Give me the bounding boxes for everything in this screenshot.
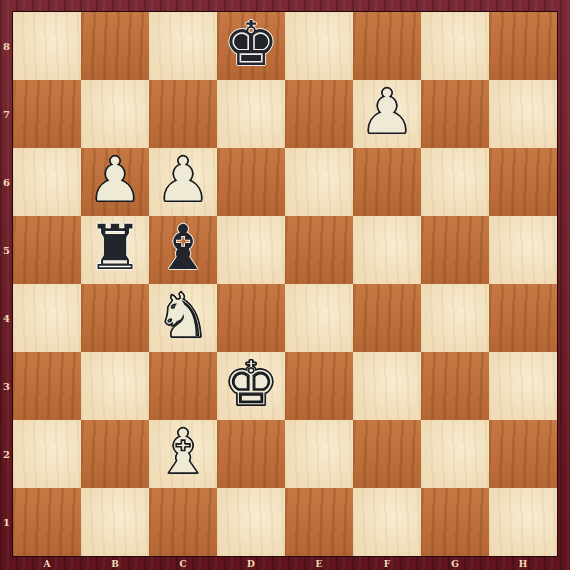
- square-b5[interactable]: ♜: [81, 216, 149, 284]
- square-f6[interactable]: [353, 148, 421, 216]
- square-a6[interactable]: [13, 148, 81, 216]
- piece-black-rook[interactable]: ♜: [87, 217, 143, 279]
- square-b6[interactable]: ♟: [81, 148, 149, 216]
- file-label-f: F: [353, 557, 421, 570]
- file-label-e: E: [285, 557, 353, 570]
- square-g1[interactable]: [421, 488, 489, 556]
- square-h5[interactable]: [489, 216, 557, 284]
- square-f7[interactable]: ♟: [353, 80, 421, 148]
- square-h3[interactable]: [489, 352, 557, 420]
- piece-white-bishop[interactable]: ♝: [155, 421, 211, 483]
- square-g2[interactable]: [421, 420, 489, 488]
- square-d7[interactable]: [217, 80, 285, 148]
- square-d8[interactable]: ♚: [217, 12, 285, 80]
- square-b1[interactable]: [81, 488, 149, 556]
- file-label-a: A: [13, 557, 81, 570]
- piece-white-pawn[interactable]: ♟: [87, 149, 143, 211]
- square-e6[interactable]: [285, 148, 353, 216]
- square-f2[interactable]: [353, 420, 421, 488]
- rank-label-8: 8: [0, 12, 13, 80]
- square-h7[interactable]: [489, 80, 557, 148]
- square-c7[interactable]: [149, 80, 217, 148]
- piece-white-king[interactable]: ♚: [223, 353, 279, 415]
- rank-label-6: 6: [0, 148, 13, 216]
- piece-black-bishop[interactable]: ♝: [155, 217, 211, 279]
- square-e8[interactable]: [285, 12, 353, 80]
- rank-label-4: 4: [0, 284, 13, 352]
- square-g7[interactable]: [421, 80, 489, 148]
- square-e2[interactable]: [285, 420, 353, 488]
- square-b2[interactable]: [81, 420, 149, 488]
- chess-board: ♚♟♟♟♜♝♞♚♝: [13, 12, 557, 556]
- square-a1[interactable]: [13, 488, 81, 556]
- square-h1[interactable]: [489, 488, 557, 556]
- square-g3[interactable]: [421, 352, 489, 420]
- rank-labels: 87654321: [0, 12, 13, 556]
- square-d6[interactable]: [217, 148, 285, 216]
- square-d5[interactable]: [217, 216, 285, 284]
- square-g6[interactable]: [421, 148, 489, 216]
- square-a8[interactable]: [13, 12, 81, 80]
- file-label-h: H: [489, 557, 557, 570]
- square-a7[interactable]: [13, 80, 81, 148]
- square-e1[interactable]: [285, 488, 353, 556]
- square-e4[interactable]: [285, 284, 353, 352]
- piece-black-king[interactable]: ♚: [223, 13, 279, 75]
- piece-white-knight[interactable]: ♞: [155, 285, 211, 347]
- file-label-d: D: [217, 557, 285, 570]
- square-f1[interactable]: [353, 488, 421, 556]
- rank-label-2: 2: [0, 420, 13, 488]
- file-label-b: B: [81, 557, 149, 570]
- square-h2[interactable]: [489, 420, 557, 488]
- square-h8[interactable]: [489, 12, 557, 80]
- rank-label-1: 1: [0, 488, 13, 556]
- file-label-c: C: [149, 557, 217, 570]
- square-b8[interactable]: [81, 12, 149, 80]
- square-g4[interactable]: [421, 284, 489, 352]
- square-c4[interactable]: ♞: [149, 284, 217, 352]
- square-e7[interactable]: [285, 80, 353, 148]
- square-d4[interactable]: [217, 284, 285, 352]
- square-g8[interactable]: [421, 12, 489, 80]
- rank-label-5: 5: [0, 216, 13, 284]
- square-d3[interactable]: ♚: [217, 352, 285, 420]
- square-e3[interactable]: [285, 352, 353, 420]
- file-label-g: G: [421, 557, 489, 570]
- piece-white-pawn[interactable]: ♟: [359, 81, 415, 143]
- square-a2[interactable]: [13, 420, 81, 488]
- square-b4[interactable]: [81, 284, 149, 352]
- square-c5[interactable]: ♝: [149, 216, 217, 284]
- square-g5[interactable]: [421, 216, 489, 284]
- chess-board-frame: ♚♟♟♟♜♝♞♚♝ 87654321 ABCDEFGH: [0, 0, 570, 570]
- square-d1[interactable]: [217, 488, 285, 556]
- square-a4[interactable]: [13, 284, 81, 352]
- square-e5[interactable]: [285, 216, 353, 284]
- file-labels: ABCDEFGH: [13, 557, 557, 570]
- square-f8[interactable]: [353, 12, 421, 80]
- square-c2[interactable]: ♝: [149, 420, 217, 488]
- square-b7[interactable]: [81, 80, 149, 148]
- rank-label-7: 7: [0, 80, 13, 148]
- square-f4[interactable]: [353, 284, 421, 352]
- piece-white-pawn[interactable]: ♟: [155, 149, 211, 211]
- square-d2[interactable]: [217, 420, 285, 488]
- square-a3[interactable]: [13, 352, 81, 420]
- square-a5[interactable]: [13, 216, 81, 284]
- square-b3[interactable]: [81, 352, 149, 420]
- square-h6[interactable]: [489, 148, 557, 216]
- square-c1[interactable]: [149, 488, 217, 556]
- square-f5[interactable]: [353, 216, 421, 284]
- square-h4[interactable]: [489, 284, 557, 352]
- rank-label-3: 3: [0, 352, 13, 420]
- square-c8[interactable]: [149, 12, 217, 80]
- square-c3[interactable]: [149, 352, 217, 420]
- square-c6[interactable]: ♟: [149, 148, 217, 216]
- square-f3[interactable]: [353, 352, 421, 420]
